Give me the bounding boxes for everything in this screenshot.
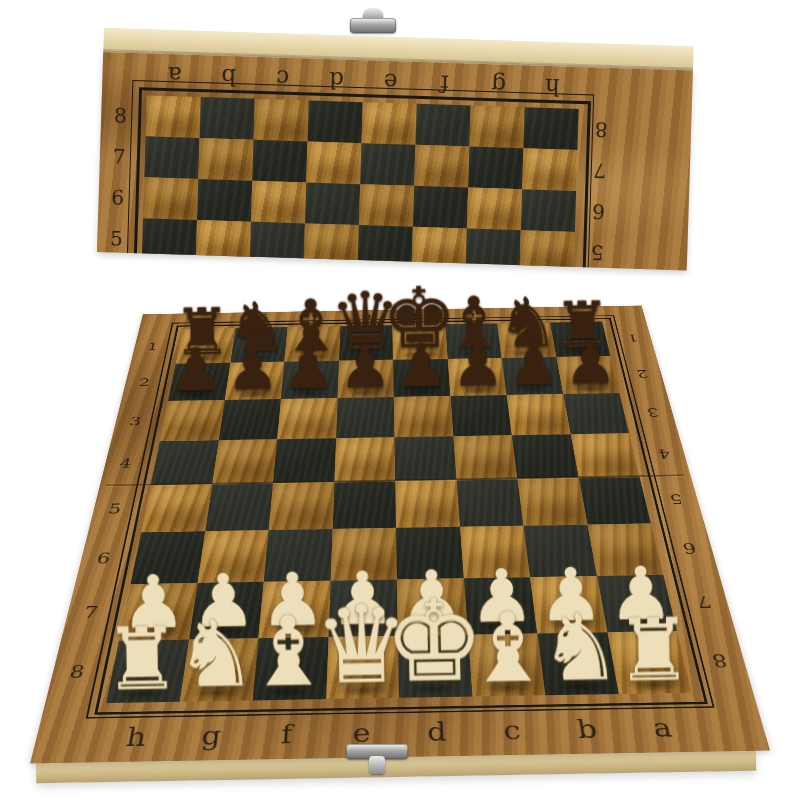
lid-square [468, 147, 523, 190]
square-a4[interactable] [570, 433, 639, 477]
square-g5[interactable] [205, 483, 273, 531]
square-g2[interactable]: ♟ [224, 362, 284, 400]
lid-square [254, 99, 309, 142]
board-grid: ♜♞♝♛♚♝♞♜♟♟♟♟♟♟♟♟♟♟♟♟♟♟♟♟♜♞♝♛♚♝♞♜ [106, 322, 692, 703]
file-label-top-b: b [495, 306, 549, 324]
square-a8[interactable]: ♜ [607, 631, 692, 694]
lid-square [521, 189, 576, 232]
lid-square [305, 182, 360, 225]
latch-knob [369, 756, 385, 774]
lid-file-label-h: h [525, 71, 580, 103]
lid-square [196, 220, 251, 263]
square-d3[interactable] [394, 396, 453, 437]
square-b2[interactable]: ♟ [502, 357, 563, 395]
lid-rank-label-left-6: 6 [100, 176, 135, 218]
lid-square [146, 95, 201, 138]
rank-label-right-4: 4 [638, 432, 690, 476]
lid-rank-label-left-8: 8 [103, 94, 138, 136]
lid-file-label-a: a [147, 59, 202, 91]
lid-checkerboard [142, 95, 579, 270]
lid-square [466, 228, 521, 270]
lid-square [413, 186, 468, 229]
latch-bar [350, 18, 396, 33]
square-h8[interactable]: ♜ [106, 640, 188, 703]
lid-rank-label-right-7: 7 [582, 150, 617, 192]
lid-square [250, 222, 305, 265]
square-g4[interactable] [212, 439, 277, 484]
square-b8[interactable]: ♞ [537, 632, 618, 695]
lid-square [142, 218, 197, 261]
rank-label-right-3: 3 [628, 392, 678, 433]
piece-light-queen[interactable]: ♛ [313, 593, 411, 696]
square-e3[interactable] [336, 397, 395, 438]
lid-square [143, 177, 198, 220]
lid-square [200, 97, 255, 140]
lid-square [304, 223, 359, 266]
square-h4[interactable] [151, 440, 219, 485]
rank-label-right-2: 2 [619, 355, 667, 393]
piece-dark-pawn[interactable]: ♟ [226, 341, 280, 398]
square-b3[interactable] [507, 394, 571, 435]
lid-square [358, 225, 413, 268]
piece-dark-pawn[interactable]: ♟ [563, 335, 617, 392]
lid-file-label-d: d [309, 64, 364, 96]
lid-square [360, 143, 415, 186]
lid-face: abcdefgh87658765 [97, 52, 693, 270]
rank-label-left-1: 1 [130, 329, 174, 364]
file-label-top-e: e [340, 308, 392, 326]
piece-light-rook[interactable]: ♜ [103, 617, 181, 700]
piece-light-knight[interactable]: ♞ [539, 604, 623, 692]
chess-board-3d: ♜♞♝♛♚♝♞♜♟♟♟♟♟♟♟♟♟♟♟♟♟♟♟♟♜♞♝♛♚♝♞♜ 1122334… [30, 305, 770, 763]
square-e8[interactable]: ♛ [326, 636, 399, 699]
square-c3[interactable] [450, 395, 512, 436]
square-a5[interactable] [578, 476, 650, 524]
square-c5[interactable] [456, 479, 523, 527]
lid-rank-label-right-5: 5 [580, 232, 615, 270]
lid-square [144, 136, 199, 179]
lid-file-label-g: g [471, 70, 526, 102]
lid-file-label-f: f [417, 68, 472, 100]
square-g8[interactable]: ♞ [179, 638, 258, 701]
piece-dark-pawn[interactable]: ♟ [282, 340, 336, 397]
square-e4[interactable] [334, 437, 395, 482]
rank-label-left-8: 8 [45, 641, 108, 704]
square-c4[interactable] [453, 435, 517, 479]
square-e5[interactable] [332, 481, 396, 529]
piece-dark-pawn[interactable]: ♟ [451, 337, 505, 394]
rank-label-left-5: 5 [88, 485, 141, 533]
lid-square [522, 148, 577, 191]
square-c2[interactable]: ♟ [447, 358, 506, 396]
chess-board: ♜♞♝♛♚♝♞♜♟♟♟♟♟♟♟♟♟♟♟♟♟♟♟♟♜♞♝♛♚♝♞♜ 1122334… [30, 305, 770, 763]
lid-file-label-b: b [201, 61, 256, 93]
file-label-top-h: h [183, 311, 238, 329]
lid-rank-label-left-7: 7 [101, 135, 136, 177]
square-f5[interactable] [269, 482, 335, 530]
square-d5[interactable] [395, 480, 460, 528]
file-label-bottom-g: g [172, 717, 251, 754]
file-label-bottom-c: c [473, 712, 551, 749]
piece-dark-pawn[interactable]: ♟ [394, 338, 448, 395]
square-b4[interactable] [512, 434, 579, 478]
file-label-top-c: c [444, 307, 497, 325]
lid-square [415, 104, 470, 147]
lid-square [520, 230, 575, 270]
file-label-top-d: d [392, 307, 444, 325]
file-label-top-f: f [288, 309, 341, 327]
square-f2[interactable]: ♟ [281, 361, 339, 399]
lid-file-label-e: e [363, 66, 418, 98]
lid-square [362, 102, 417, 145]
lid-square [412, 227, 467, 270]
rank-label-right-5: 5 [649, 476, 704, 524]
lid-square [251, 181, 306, 224]
lid-square [252, 140, 307, 183]
piece-light-knight[interactable]: ♞ [174, 610, 258, 698]
lid-rank-label-right-8: 8 [583, 109, 618, 151]
square-f4[interactable] [273, 438, 336, 483]
piece-dark-pawn[interactable]: ♟ [338, 339, 392, 396]
piece-light-rook[interactable]: ♜ [615, 608, 693, 691]
square-a2[interactable]: ♟ [556, 356, 619, 394]
square-g3[interactable] [218, 399, 280, 440]
rank-label-left-4: 4 [100, 441, 151, 485]
square-h3[interactable] [160, 400, 225, 441]
piece-dark-pawn[interactable]: ♟ [507, 336, 561, 393]
rank-label-right-1: 1 [610, 321, 656, 356]
piece-dark-pawn[interactable]: ♟ [169, 342, 223, 399]
lid-square [414, 145, 469, 188]
square-a3[interactable] [563, 393, 629, 434]
lid-square [306, 141, 361, 184]
lid-square [359, 184, 414, 227]
file-label-bottom-a: a [622, 710, 704, 747]
lid-rank-label-left-5: 5 [99, 217, 134, 259]
rank-label-right-8: 8 [688, 630, 753, 693]
square-b5[interactable] [517, 478, 587, 526]
bottom-latch-icon [346, 744, 408, 774]
lid-file-label-c: c [255, 63, 310, 95]
product-photo: abcdefgh87658765 ♜♞♝♛♚♝♞♜♟♟♟♟♟♟♟♟♟♟♟♟♟♟♟… [0, 0, 800, 800]
lid-square [469, 106, 524, 149]
file-label-top-a: a [547, 305, 602, 323]
file-label-bottom-h: h [95, 719, 176, 756]
rank-label-left-2: 2 [121, 364, 167, 402]
lid-rank-label-right-6: 6 [581, 191, 616, 233]
lid-square [198, 138, 253, 181]
file-label-bottom-f: f [248, 716, 325, 753]
file-label-top-g: g [235, 310, 289, 328]
square-d2[interactable]: ♟ [393, 359, 450, 397]
square-h2[interactable]: ♟ [168, 363, 230, 401]
rank-label-left-3: 3 [111, 401, 159, 442]
lid-square [308, 100, 363, 143]
file-label-bottom-b: b [548, 711, 628, 748]
board-lid: abcdefgh87658765 [97, 28, 694, 270]
square-d4[interactable] [394, 436, 456, 481]
square-h5[interactable] [141, 484, 212, 533]
lid-square [523, 107, 578, 150]
lid-square [467, 188, 522, 231]
top-latch-icon [350, 8, 396, 33]
square-e2[interactable]: ♟ [337, 360, 393, 398]
file-label-bottom-d: d [399, 714, 475, 751]
square-f3[interactable] [277, 398, 337, 439]
lid-square [197, 179, 252, 222]
